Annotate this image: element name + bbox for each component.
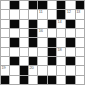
black-cell-r3c4 [29, 20, 37, 28]
white-cell-r6c9[interactable] [76, 48, 84, 56]
white-cell-r9c7[interactable] [57, 76, 65, 84]
white-cell-r3c5[interactable] [38, 20, 46, 28]
white-cell-r2c9[interactable]: 13 [76, 10, 84, 18]
white-cell-r2c3[interactable] [20, 10, 28, 18]
white-cell-r4c3[interactable] [20, 29, 28, 37]
crossword-board: 1112131416181920 [0, 0, 85, 85]
clue-number: 13 [76, 10, 80, 15]
white-cell-r4c5[interactable]: 16 [38, 29, 46, 37]
black-cell-r7c8 [66, 57, 74, 65]
white-cell-r3c7[interactable]: 14 [57, 20, 65, 28]
white-cell-r8c5[interactable] [38, 66, 46, 74]
white-cell-r9c9[interactable] [76, 76, 84, 84]
black-cell-r4c4 [29, 29, 37, 37]
black-cell-r7c2 [10, 57, 18, 65]
white-cell-r7c1[interactable] [1, 57, 9, 65]
black-cell-r9c3 [20, 76, 28, 84]
white-cell-r1c6[interactable] [48, 1, 56, 9]
white-cell-r4c8[interactable] [66, 29, 74, 37]
white-cell-r7c9[interactable] [76, 57, 84, 65]
clue-number: 18 [57, 48, 61, 53]
black-cell-r1c9 [76, 1, 84, 9]
white-cell-r6c2[interactable] [10, 48, 18, 56]
white-cell-r2c2[interactable] [10, 10, 18, 18]
clue-number: 14 [57, 20, 61, 25]
white-cell-r3c1[interactable] [1, 20, 9, 28]
black-cell-r9c8 [66, 76, 74, 84]
white-cell-r4c1[interactable] [1, 29, 9, 37]
black-cell-r5c8 [66, 38, 74, 46]
white-cell-r6c7[interactable]: 18 [57, 48, 65, 56]
black-cell-r8c3 [20, 66, 28, 74]
white-cell-r6c3[interactable] [20, 48, 28, 56]
white-cell-r5c5[interactable] [38, 38, 46, 46]
clue-number: 16 [39, 29, 43, 34]
black-cell-r3c8 [66, 20, 74, 28]
white-cell-r8c9[interactable] [76, 66, 84, 74]
clue-number: 19 [2, 66, 6, 71]
white-cell-r6c5[interactable] [38, 48, 46, 56]
white-cell-r1c1[interactable] [1, 1, 9, 9]
clue-number: 11 [39, 10, 43, 15]
clue-number: 12 [67, 10, 71, 15]
white-cell-r5c7[interactable] [57, 38, 65, 46]
black-cell-r5c2 [10, 38, 18, 46]
black-cell-r1c7 [57, 1, 65, 9]
black-cell-r3c2 [10, 20, 18, 28]
black-cell-r5c4 [29, 38, 37, 46]
white-cell-r8c2[interactable] [10, 66, 18, 74]
white-cell-r3c3[interactable] [20, 20, 28, 28]
black-cell-r9c6 [48, 76, 56, 84]
black-cell-r6c6 [48, 48, 56, 56]
white-cell-r8c8[interactable] [66, 66, 74, 74]
white-cell-r2c5[interactable]: 11 [38, 10, 46, 18]
white-cell-r2c1[interactable] [1, 10, 9, 18]
white-cell-r3c9[interactable] [76, 20, 84, 28]
black-cell-r3c6 [48, 20, 56, 28]
black-cell-r1c4 [29, 1, 37, 9]
black-cell-r1c2 [10, 1, 18, 9]
white-cell-r1c8[interactable] [66, 1, 74, 9]
white-cell-r2c8[interactable]: 12 [66, 10, 74, 18]
white-cell-r8c6[interactable] [48, 66, 56, 74]
black-cell-r2c7 [57, 10, 65, 18]
white-cell-r9c4[interactable] [29, 76, 37, 84]
white-cell-r6c1[interactable] [1, 48, 9, 56]
black-cell-r9c1 [1, 76, 9, 84]
white-cell-r7c5[interactable] [38, 57, 46, 65]
black-cell-r7c4 [29, 57, 37, 65]
white-cell-r2c4[interactable] [29, 10, 37, 18]
black-cell-r9c5 [38, 76, 46, 84]
white-cell-r4c9[interactable] [76, 29, 84, 37]
white-cell-r2c6[interactable] [48, 10, 56, 18]
white-cell-r4c2[interactable] [10, 29, 18, 37]
white-cell-r5c9[interactable] [76, 38, 84, 46]
clue-number: 20 [29, 66, 33, 71]
white-cell-r4c7[interactable] [57, 29, 65, 37]
white-cell-r5c3[interactable] [20, 38, 28, 46]
white-cell-r8c4[interactable]: 20 [29, 66, 37, 74]
white-cell-r7c3[interactable] [20, 57, 28, 65]
white-cell-r9c2[interactable] [10, 76, 18, 84]
black-cell-r1c5 [38, 1, 46, 9]
white-cell-r6c4[interactable] [29, 48, 37, 56]
black-cell-r7c6 [48, 57, 56, 65]
black-cell-r5c6 [48, 38, 56, 46]
white-cell-r8c1[interactable]: 19 [1, 66, 9, 74]
white-cell-r4c6[interactable] [48, 29, 56, 37]
white-cell-r8c7[interactable] [57, 66, 65, 74]
white-cell-r1c3[interactable] [20, 1, 28, 9]
white-cell-r5c1[interactable] [1, 38, 9, 46]
white-cell-r6c8[interactable] [66, 48, 74, 56]
white-cell-r7c7[interactable] [57, 57, 65, 65]
